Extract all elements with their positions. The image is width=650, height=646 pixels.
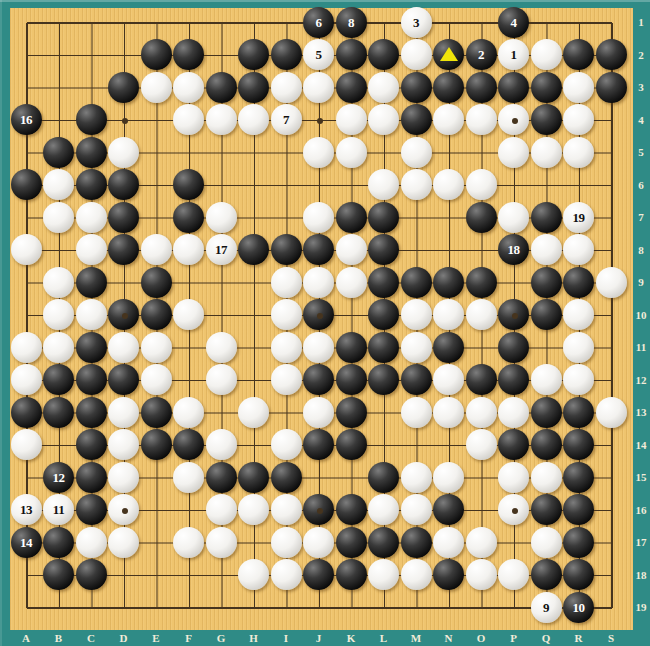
white-stone-I14 bbox=[271, 429, 302, 460]
white-stone-G7 bbox=[206, 202, 237, 233]
star-point bbox=[122, 313, 128, 319]
star-point bbox=[512, 313, 518, 319]
white-stone-L3 bbox=[368, 72, 399, 103]
black-stone-H8 bbox=[238, 234, 269, 265]
move-number-label: 3 bbox=[413, 16, 419, 29]
star-point bbox=[317, 313, 323, 319]
move-number-label: 7 bbox=[283, 113, 289, 126]
black-stone-S2 bbox=[596, 39, 627, 70]
rank-label-14: 14 bbox=[630, 438, 650, 452]
white-stone-F3 bbox=[173, 72, 204, 103]
black-stone-B15: 12 bbox=[43, 462, 74, 493]
go-board[interactable]: 683452116719171812131114910 bbox=[10, 8, 633, 630]
black-stone-K12 bbox=[336, 364, 367, 395]
white-stone-L4 bbox=[368, 104, 399, 135]
white-stone-N15 bbox=[433, 462, 464, 493]
black-stone-J8 bbox=[303, 234, 334, 265]
white-stone-C8 bbox=[76, 234, 107, 265]
black-stone-K16 bbox=[336, 494, 367, 525]
black-stone-C12 bbox=[76, 364, 107, 395]
file-label-M: M bbox=[406, 631, 426, 646]
black-stone-Q3 bbox=[531, 72, 562, 103]
white-stone-D14 bbox=[108, 429, 139, 460]
triangle-marker-icon bbox=[440, 46, 458, 60]
star-point bbox=[122, 508, 128, 514]
black-stone-C11 bbox=[76, 332, 107, 363]
black-stone-L8 bbox=[368, 234, 399, 265]
black-stone-C13 bbox=[76, 397, 107, 428]
black-stone-L9 bbox=[368, 267, 399, 298]
move-number-label: 17 bbox=[215, 243, 227, 256]
white-stone-M2 bbox=[401, 39, 432, 70]
black-stone-P11 bbox=[498, 332, 529, 363]
white-stone-F15 bbox=[173, 462, 204, 493]
black-stone-R9 bbox=[563, 267, 594, 298]
black-stone-C18 bbox=[76, 559, 107, 590]
black-stone-L12 bbox=[368, 364, 399, 395]
move-number-label: 18 bbox=[508, 243, 520, 256]
black-stone-I15 bbox=[271, 462, 302, 493]
black-stone-F14 bbox=[173, 429, 204, 460]
white-stone-G17 bbox=[206, 527, 237, 558]
black-stone-K11 bbox=[336, 332, 367, 363]
file-label-N: N bbox=[439, 631, 459, 646]
white-stone-Q8 bbox=[531, 234, 562, 265]
white-stone-R3 bbox=[563, 72, 594, 103]
move-number-label: 9 bbox=[543, 601, 549, 614]
black-stone-N18 bbox=[433, 559, 464, 590]
white-stone-M5 bbox=[401, 137, 432, 168]
file-label-B: B bbox=[49, 631, 69, 646]
black-stone-K14 bbox=[336, 429, 367, 460]
black-stone-H2 bbox=[238, 39, 269, 70]
white-stone-P15 bbox=[498, 462, 529, 493]
black-stone-R13 bbox=[563, 397, 594, 428]
white-stone-I11 bbox=[271, 332, 302, 363]
black-stone-L7 bbox=[368, 202, 399, 233]
go-app-frame: 683452116719171812131114910 ABCDEFGHIJKL… bbox=[0, 0, 650, 646]
white-stone-O6 bbox=[466, 169, 497, 200]
black-stone-R15 bbox=[563, 462, 594, 493]
black-stone-E13 bbox=[141, 397, 172, 428]
white-stone-D17 bbox=[108, 527, 139, 558]
black-stone-L10 bbox=[368, 299, 399, 330]
black-stone-K13 bbox=[336, 397, 367, 428]
white-stone-Q2 bbox=[531, 39, 562, 70]
move-number-label: 13 bbox=[20, 503, 32, 516]
white-stone-Q17 bbox=[531, 527, 562, 558]
black-stone-E9 bbox=[141, 267, 172, 298]
black-stone-C4 bbox=[76, 104, 107, 135]
white-stone-Q19: 9 bbox=[531, 592, 562, 623]
white-stone-P18 bbox=[498, 559, 529, 590]
black-stone-M12 bbox=[401, 364, 432, 395]
move-number-label: 12 bbox=[53, 471, 65, 484]
rank-label-6: 6 bbox=[630, 178, 650, 192]
file-label-H: H bbox=[244, 631, 264, 646]
white-stone-D15 bbox=[108, 462, 139, 493]
black-stone-O3 bbox=[466, 72, 497, 103]
white-stone-R11 bbox=[563, 332, 594, 363]
white-stone-O4 bbox=[466, 104, 497, 135]
black-stone-B13 bbox=[43, 397, 74, 428]
move-number-label: 19 bbox=[573, 211, 585, 224]
rank-label-18: 18 bbox=[630, 568, 650, 582]
black-stone-R14 bbox=[563, 429, 594, 460]
white-stone-B16: 11 bbox=[43, 494, 74, 525]
rank-label-2: 2 bbox=[630, 48, 650, 62]
move-number-label: 10 bbox=[573, 601, 585, 614]
black-stone-P1: 4 bbox=[498, 7, 529, 38]
white-stone-I18 bbox=[271, 559, 302, 590]
white-stone-F13 bbox=[173, 397, 204, 428]
white-stone-M11 bbox=[401, 332, 432, 363]
move-number-label: 1 bbox=[511, 48, 517, 61]
white-stone-H13 bbox=[238, 397, 269, 428]
white-stone-E12 bbox=[141, 364, 172, 395]
black-stone-I2 bbox=[271, 39, 302, 70]
rank-label-17: 17 bbox=[630, 535, 650, 549]
white-stone-B11 bbox=[43, 332, 74, 363]
white-stone-G4 bbox=[206, 104, 237, 135]
white-stone-J11 bbox=[303, 332, 334, 363]
black-stone-P12 bbox=[498, 364, 529, 395]
white-stone-S13 bbox=[596, 397, 627, 428]
rank-label-12: 12 bbox=[630, 373, 650, 387]
white-stone-R7: 19 bbox=[563, 202, 594, 233]
white-stone-I16 bbox=[271, 494, 302, 525]
white-stone-Q15 bbox=[531, 462, 562, 493]
rank-label-3: 3 bbox=[630, 80, 650, 94]
black-stone-Q9 bbox=[531, 267, 562, 298]
black-stone-J1: 6 bbox=[303, 7, 334, 38]
file-label-Q: Q bbox=[536, 631, 556, 646]
black-stone-M9 bbox=[401, 267, 432, 298]
white-stone-A12 bbox=[11, 364, 42, 395]
white-stone-G14 bbox=[206, 429, 237, 460]
black-stone-C6 bbox=[76, 169, 107, 200]
white-stone-S9 bbox=[596, 267, 627, 298]
white-stone-H16 bbox=[238, 494, 269, 525]
white-stone-L18 bbox=[368, 559, 399, 590]
black-stone-G3 bbox=[206, 72, 237, 103]
white-stone-A8 bbox=[11, 234, 42, 265]
white-stone-B7 bbox=[43, 202, 74, 233]
rank-label-5: 5 bbox=[630, 145, 650, 159]
black-stone-K18 bbox=[336, 559, 367, 590]
move-number-label: 6 bbox=[316, 16, 322, 29]
black-stone-P3 bbox=[498, 72, 529, 103]
black-stone-R2 bbox=[563, 39, 594, 70]
black-stone-B18 bbox=[43, 559, 74, 590]
white-stone-H18 bbox=[238, 559, 269, 590]
white-stone-M1: 3 bbox=[401, 7, 432, 38]
white-stone-B6 bbox=[43, 169, 74, 200]
white-stone-M10 bbox=[401, 299, 432, 330]
rank-label-11: 11 bbox=[630, 340, 650, 354]
rank-label-13: 13 bbox=[630, 405, 650, 419]
black-stone-K1: 8 bbox=[336, 7, 367, 38]
black-stone-L11 bbox=[368, 332, 399, 363]
black-stone-H15 bbox=[238, 462, 269, 493]
white-stone-J5 bbox=[303, 137, 334, 168]
white-stone-O17 bbox=[466, 527, 497, 558]
black-stone-M17 bbox=[401, 527, 432, 558]
white-stone-C7 bbox=[76, 202, 107, 233]
black-stone-I8 bbox=[271, 234, 302, 265]
white-stone-N4 bbox=[433, 104, 464, 135]
white-stone-E11 bbox=[141, 332, 172, 363]
white-stone-J17 bbox=[303, 527, 334, 558]
white-stone-R4 bbox=[563, 104, 594, 135]
white-stone-L16 bbox=[368, 494, 399, 525]
black-stone-M4 bbox=[401, 104, 432, 135]
black-stone-K3 bbox=[336, 72, 367, 103]
white-stone-D13 bbox=[108, 397, 139, 428]
white-stone-O14 bbox=[466, 429, 497, 460]
white-stone-G12 bbox=[206, 364, 237, 395]
white-stone-O18 bbox=[466, 559, 497, 590]
black-stone-O12 bbox=[466, 364, 497, 395]
black-stone-H3 bbox=[238, 72, 269, 103]
black-stone-Q7 bbox=[531, 202, 562, 233]
white-stone-J13 bbox=[303, 397, 334, 428]
star-point bbox=[122, 118, 128, 124]
white-stone-M16 bbox=[401, 494, 432, 525]
rank-label-8: 8 bbox=[630, 243, 650, 257]
move-number-label: 4 bbox=[511, 16, 517, 29]
black-stone-Q4 bbox=[531, 104, 562, 135]
black-stone-D6 bbox=[108, 169, 139, 200]
white-stone-N17 bbox=[433, 527, 464, 558]
black-stone-P14 bbox=[498, 429, 529, 460]
white-stone-N13 bbox=[433, 397, 464, 428]
white-stone-F17 bbox=[173, 527, 204, 558]
white-stone-R10 bbox=[563, 299, 594, 330]
white-stone-I12 bbox=[271, 364, 302, 395]
black-stone-R17 bbox=[563, 527, 594, 558]
white-stone-J9 bbox=[303, 267, 334, 298]
black-stone-D7 bbox=[108, 202, 139, 233]
black-stone-F7 bbox=[173, 202, 204, 233]
white-stone-K9 bbox=[336, 267, 367, 298]
black-stone-N3 bbox=[433, 72, 464, 103]
black-stone-R18 bbox=[563, 559, 594, 590]
black-stone-B12 bbox=[43, 364, 74, 395]
white-stone-G8: 17 bbox=[206, 234, 237, 265]
white-stone-K8 bbox=[336, 234, 367, 265]
white-stone-I17 bbox=[271, 527, 302, 558]
black-stone-J18 bbox=[303, 559, 334, 590]
rank-label-15: 15 bbox=[630, 470, 650, 484]
black-stone-E10 bbox=[141, 299, 172, 330]
file-label-D: D bbox=[114, 631, 134, 646]
white-stone-I9 bbox=[271, 267, 302, 298]
black-stone-C15 bbox=[76, 462, 107, 493]
file-label-R: R bbox=[569, 631, 589, 646]
black-stone-G15 bbox=[206, 462, 237, 493]
white-stone-P5 bbox=[498, 137, 529, 168]
white-stone-J2: 5 bbox=[303, 39, 334, 70]
white-stone-M18 bbox=[401, 559, 432, 590]
move-number-label: 2 bbox=[478, 48, 484, 61]
black-stone-E14 bbox=[141, 429, 172, 460]
black-stone-A17: 14 bbox=[11, 527, 42, 558]
black-stone-F2 bbox=[173, 39, 204, 70]
white-stone-N6 bbox=[433, 169, 464, 200]
black-stone-C5 bbox=[76, 137, 107, 168]
white-stone-C17 bbox=[76, 527, 107, 558]
file-label-A: A bbox=[16, 631, 36, 646]
black-stone-Q14 bbox=[531, 429, 562, 460]
black-stone-Q16 bbox=[531, 494, 562, 525]
white-stone-I10 bbox=[271, 299, 302, 330]
white-stone-G11 bbox=[206, 332, 237, 363]
rank-label-1: 1 bbox=[630, 15, 650, 29]
black-stone-C16 bbox=[76, 494, 107, 525]
white-stone-L6 bbox=[368, 169, 399, 200]
white-stone-K4 bbox=[336, 104, 367, 135]
black-stone-C9 bbox=[76, 267, 107, 298]
move-number-label: 14 bbox=[20, 536, 32, 549]
white-stone-I3 bbox=[271, 72, 302, 103]
white-stone-N10 bbox=[433, 299, 464, 330]
black-stone-L2 bbox=[368, 39, 399, 70]
star-point bbox=[512, 508, 518, 514]
black-stone-L17 bbox=[368, 527, 399, 558]
black-stone-A6 bbox=[11, 169, 42, 200]
white-stone-J7 bbox=[303, 202, 334, 233]
white-stone-P13 bbox=[498, 397, 529, 428]
white-stone-O10 bbox=[466, 299, 497, 330]
white-stone-P2: 1 bbox=[498, 39, 529, 70]
black-stone-R19: 10 bbox=[563, 592, 594, 623]
white-stone-E8 bbox=[141, 234, 172, 265]
white-stone-R8 bbox=[563, 234, 594, 265]
black-stone-J14 bbox=[303, 429, 334, 460]
file-label-E: E bbox=[146, 631, 166, 646]
white-stone-D11 bbox=[108, 332, 139, 363]
file-label-O: O bbox=[471, 631, 491, 646]
black-stone-M3 bbox=[401, 72, 432, 103]
black-stone-Q13 bbox=[531, 397, 562, 428]
black-stone-K17 bbox=[336, 527, 367, 558]
white-stone-B9 bbox=[43, 267, 74, 298]
white-stone-K5 bbox=[336, 137, 367, 168]
black-stone-N11 bbox=[433, 332, 464, 363]
black-stone-D3 bbox=[108, 72, 139, 103]
white-stone-M6 bbox=[401, 169, 432, 200]
black-stone-O2: 2 bbox=[466, 39, 497, 70]
move-number-label: 5 bbox=[316, 48, 322, 61]
star-point bbox=[317, 508, 323, 514]
black-stone-Q10 bbox=[531, 299, 562, 330]
white-stone-R12 bbox=[563, 364, 594, 395]
black-stone-Q18 bbox=[531, 559, 562, 590]
black-stone-J12 bbox=[303, 364, 334, 395]
file-label-C: C bbox=[81, 631, 101, 646]
white-stone-F10 bbox=[173, 299, 204, 330]
white-stone-J3 bbox=[303, 72, 334, 103]
black-stone-O7 bbox=[466, 202, 497, 233]
move-number-label: 16 bbox=[20, 113, 32, 126]
rank-label-10: 10 bbox=[630, 308, 650, 322]
white-stone-Q5 bbox=[531, 137, 562, 168]
white-stone-O13 bbox=[466, 397, 497, 428]
black-stone-D12 bbox=[108, 364, 139, 395]
rank-label-19: 19 bbox=[630, 600, 650, 614]
white-stone-R5 bbox=[563, 137, 594, 168]
black-stone-N9 bbox=[433, 267, 464, 298]
black-stone-K2 bbox=[336, 39, 367, 70]
black-stone-L15 bbox=[368, 462, 399, 493]
black-stone-F6 bbox=[173, 169, 204, 200]
black-stone-C14 bbox=[76, 429, 107, 460]
black-stone-A4: 16 bbox=[11, 104, 42, 135]
white-stone-C10 bbox=[76, 299, 107, 330]
white-stone-M15 bbox=[401, 462, 432, 493]
white-stone-M13 bbox=[401, 397, 432, 428]
white-stone-A16: 13 bbox=[11, 494, 42, 525]
file-label-F: F bbox=[179, 631, 199, 646]
white-stone-D5 bbox=[108, 137, 139, 168]
white-stone-E3 bbox=[141, 72, 172, 103]
move-number-label: 11 bbox=[53, 503, 64, 516]
white-stone-P7 bbox=[498, 202, 529, 233]
star-point bbox=[317, 118, 323, 124]
black-stone-E2 bbox=[141, 39, 172, 70]
white-stone-F8 bbox=[173, 234, 204, 265]
file-label-J: J bbox=[309, 631, 329, 646]
rank-label-4: 4 bbox=[630, 113, 650, 127]
black-stone-N16 bbox=[433, 494, 464, 525]
white-stone-N12 bbox=[433, 364, 464, 395]
star-point bbox=[512, 118, 518, 124]
black-stone-P8: 18 bbox=[498, 234, 529, 265]
white-stone-I4: 7 bbox=[271, 104, 302, 135]
black-stone-B5 bbox=[43, 137, 74, 168]
white-stone-A14 bbox=[11, 429, 42, 460]
move-number-label: 8 bbox=[348, 16, 354, 29]
black-stone-D8 bbox=[108, 234, 139, 265]
white-stone-B10 bbox=[43, 299, 74, 330]
rank-label-16: 16 bbox=[630, 503, 650, 517]
white-stone-G16 bbox=[206, 494, 237, 525]
black-stone-S3 bbox=[596, 72, 627, 103]
rank-label-9: 9 bbox=[630, 275, 650, 289]
white-stone-Q12 bbox=[531, 364, 562, 395]
file-label-P: P bbox=[504, 631, 524, 646]
black-stone-A13 bbox=[11, 397, 42, 428]
white-stone-H4 bbox=[238, 104, 269, 135]
file-label-K: K bbox=[341, 631, 361, 646]
file-label-I: I bbox=[276, 631, 296, 646]
rank-label-7: 7 bbox=[630, 210, 650, 224]
file-label-G: G bbox=[211, 631, 231, 646]
white-stone-F4 bbox=[173, 104, 204, 135]
file-label-L: L bbox=[374, 631, 394, 646]
black-stone-B17 bbox=[43, 527, 74, 558]
black-stone-R16 bbox=[563, 494, 594, 525]
black-stone-O9 bbox=[466, 267, 497, 298]
black-stone-N2 bbox=[433, 39, 464, 70]
black-stone-K7 bbox=[336, 202, 367, 233]
file-label-S: S bbox=[601, 631, 621, 646]
white-stone-A11 bbox=[11, 332, 42, 363]
